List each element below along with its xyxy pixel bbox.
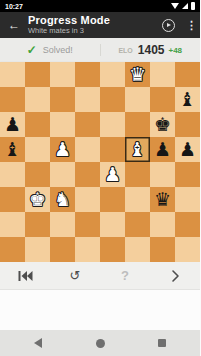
square-e2[interactable] [100,212,125,237]
square-f2[interactable] [125,212,150,237]
puzzle-goal-subtitle: White mates in 3 [28,27,162,35]
square-a8[interactable] [0,62,25,87]
checkmark-icon: ✓ [27,43,37,57]
app-screen: 10:27 ← Progress Mode White mates in 3 ⋮… [0,0,200,356]
square-e5[interactable] [100,137,125,162]
square-c1[interactable] [50,237,75,262]
white-queen[interactable]: ♛ [125,62,150,87]
square-h8[interactable] [175,62,200,87]
elo-label: ELO [118,47,132,54]
square-g8[interactable] [150,62,175,87]
square-d8[interactable] [75,62,100,87]
solved-label: Solved! [43,45,73,55]
square-f4[interactable] [125,162,150,187]
status-icons [171,2,195,10]
battery-icon [191,2,195,10]
square-b5[interactable] [25,137,50,162]
skip-to-start-button[interactable] [0,262,50,289]
square-f3[interactable] [125,187,150,212]
white-bishop[interactable]: ♝ [125,137,150,162]
next-button[interactable] [150,262,200,289]
result-bar: ✓ Solved! ELO 1405 +48 [0,38,200,62]
puzzle-toolbar: ↺ ? [0,262,200,290]
white-knight[interactable]: ♞ [50,187,75,212]
square-c2[interactable] [50,212,75,237]
cell-signal-icon [182,3,188,9]
square-b2[interactable] [25,212,50,237]
square-a5[interactable]: ♝ [0,137,25,162]
hint-button[interactable]: ? [100,262,150,289]
clock: 10:27 [5,3,23,10]
square-c6[interactable] [50,112,75,137]
overflow-menu-icon[interactable]: ⋮ [186,19,194,32]
square-g1[interactable] [150,237,175,262]
elo-delta-badge: +48 [169,46,183,55]
home-circle-icon[interactable] [96,339,105,348]
square-f6[interactable] [125,112,150,137]
square-b3[interactable]: ♚ [25,187,50,212]
page-title: Progress Mode [28,14,162,26]
square-h4[interactable] [175,162,200,187]
square-e1[interactable] [100,237,125,262]
content-gap [0,290,200,330]
square-a3[interactable] [0,187,25,212]
back-arrow-icon[interactable]: ← [6,18,22,32]
square-c5[interactable]: ♟ [50,137,75,162]
chess-board: ♛♝♟♚♝♟♝♟♟♟♚♞♛ [0,62,200,262]
square-a7[interactable] [0,87,25,112]
black-pawn[interactable]: ♟ [0,112,25,137]
undo-icon: ↺ [70,268,81,283]
play-circle-icon[interactable] [162,19,175,32]
square-d7[interactable] [75,87,100,112]
android-nav-bar [0,330,200,356]
play-triangle [167,23,171,27]
square-g7[interactable] [150,87,175,112]
square-g4[interactable] [150,162,175,187]
square-d4[interactable] [75,162,100,187]
square-a2[interactable] [0,212,25,237]
square-f8[interactable]: ♛ [125,62,150,87]
title-block: Progress Mode White mates in 3 [28,14,162,35]
square-f5[interactable]: ♝ [125,137,150,162]
square-h1[interactable] [175,237,200,262]
chevron-right-icon [170,269,180,283]
square-e6[interactable] [100,112,125,137]
square-c3[interactable]: ♞ [50,187,75,212]
status-bar: 10:27 [0,0,200,12]
square-g6[interactable]: ♚ [150,112,175,137]
square-c8[interactable] [50,62,75,87]
square-d3[interactable] [75,187,100,212]
square-a1[interactable] [0,237,25,262]
black-queen[interactable]: ♛ [150,187,175,212]
square-g5[interactable]: ♟ [150,137,175,162]
white-pawn[interactable]: ♟ [50,137,75,162]
black-bishop[interactable]: ♝ [0,137,25,162]
rating-group: ELO 1405 +48 [101,43,201,57]
black-pawn[interactable]: ♟ [150,137,175,162]
square-d1[interactable] [75,237,100,262]
square-f7[interactable] [125,87,150,112]
black-bishop[interactable]: ♝ [175,87,200,112]
square-a6[interactable]: ♟ [0,112,25,137]
square-g3[interactable]: ♛ [150,187,175,212]
square-g2[interactable] [150,212,175,237]
square-b8[interactable] [25,62,50,87]
back-triangle-icon[interactable] [34,338,42,348]
square-e7[interactable] [100,87,125,112]
black-king[interactable]: ♚ [150,112,175,137]
black-pawn[interactable]: ♟ [175,137,200,162]
square-b6[interactable] [25,112,50,137]
square-b1[interactable] [25,237,50,262]
square-e4[interactable]: ♟ [100,162,125,187]
square-e8[interactable] [100,62,125,87]
square-a4[interactable] [0,162,25,187]
app-bar: ← Progress Mode White mates in 3 ⋮ [0,12,200,38]
square-d5[interactable] [75,137,100,162]
square-b7[interactable] [25,87,50,112]
square-e3[interactable] [100,187,125,212]
white-king[interactable]: ♚ [25,187,50,212]
square-c7[interactable] [50,87,75,112]
solved-status: ✓ Solved! [0,43,100,57]
square-d2[interactable] [75,212,100,237]
hint-question-icon: ? [121,268,129,283]
square-d6[interactable] [75,112,100,137]
square-b4[interactable] [25,162,50,187]
white-pawn[interactable]: ♟ [100,162,125,187]
elo-value: 1405 [138,43,165,57]
square-h5[interactable]: ♟ [175,137,200,162]
skip-to-start-icon [18,270,33,282]
square-h2[interactable] [175,212,200,237]
square-f1[interactable] [125,237,150,262]
square-h7[interactable]: ♝ [175,87,200,112]
wifi-icon [171,3,179,9]
undo-button[interactable]: ↺ [50,262,100,289]
recents-square-icon[interactable] [158,339,166,347]
square-h3[interactable] [175,187,200,212]
square-h6[interactable] [175,112,200,137]
square-c4[interactable] [50,162,75,187]
